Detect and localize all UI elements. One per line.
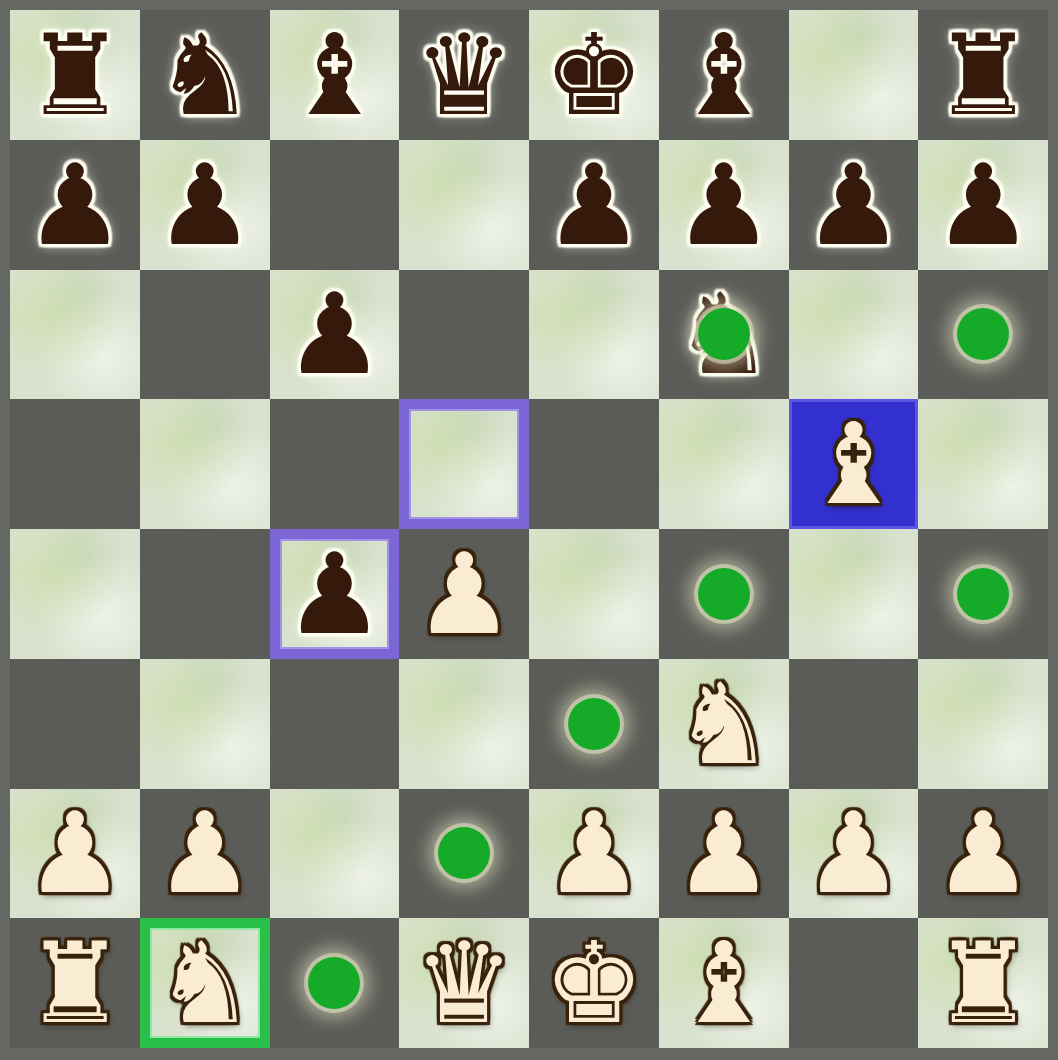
square-f8[interactable]: ♝ (659, 10, 789, 140)
piece-black-pawn[interactable]: ♟ (933, 149, 1033, 261)
legal-move-dot[interactable] (568, 698, 620, 750)
square-g8[interactable] (789, 10, 919, 140)
legal-move-dot[interactable] (698, 568, 750, 620)
square-c8[interactable]: ♝ (270, 10, 400, 140)
square-e5[interactable] (529, 399, 659, 529)
chess-board: ♜♞♝♛♚♝♜♟♟♟♟♟♟♟♞♝♟♟♞♟♟♟♟♟♟♜♞♛♚♝♜ (10, 10, 1048, 1048)
legal-move-dot[interactable] (698, 308, 750, 360)
piece-black-rook[interactable]: ♜ (25, 19, 125, 131)
square-f6[interactable]: ♞ (659, 270, 789, 400)
square-c5[interactable] (270, 399, 400, 529)
legal-move-dot[interactable] (957, 568, 1009, 620)
piece-white-queen[interactable]: ♛ (414, 927, 514, 1039)
square-c6[interactable]: ♟ (270, 270, 400, 400)
square-f3[interactable]: ♞ (659, 659, 789, 789)
piece-white-pawn[interactable]: ♟ (544, 797, 644, 909)
square-a3[interactable] (10, 659, 140, 789)
square-a1[interactable]: ♜ (10, 918, 140, 1048)
piece-black-queen[interactable]: ♛ (414, 19, 514, 131)
piece-black-pawn[interactable]: ♟ (284, 278, 384, 390)
square-b6[interactable] (140, 270, 270, 400)
square-d5[interactable] (399, 399, 529, 529)
piece-black-pawn[interactable]: ♟ (803, 149, 903, 261)
square-d2[interactable] (399, 789, 529, 919)
square-e8[interactable]: ♚ (529, 10, 659, 140)
piece-black-bishop[interactable]: ♝ (673, 19, 773, 131)
square-g6[interactable] (789, 270, 919, 400)
piece-white-pawn[interactable]: ♟ (154, 797, 254, 909)
square-f7[interactable]: ♟ (659, 140, 789, 270)
square-g5[interactable]: ♝ (789, 399, 919, 529)
square-e7[interactable]: ♟ (529, 140, 659, 270)
square-b4[interactable] (140, 529, 270, 659)
square-d4[interactable]: ♟ (399, 529, 529, 659)
chess-app-window: ♜♞♝♛♚♝♜♟♟♟♟♟♟♟♞♝♟♟♞♟♟♟♟♟♟♜♞♛♚♝♜ (0, 0, 1058, 1060)
square-a7[interactable]: ♟ (10, 140, 140, 270)
square-b2[interactable]: ♟ (140, 789, 270, 919)
piece-white-bishop[interactable]: ♝ (803, 408, 903, 520)
square-h2[interactable]: ♟ (918, 789, 1048, 919)
piece-white-bishop[interactable]: ♝ (673, 927, 773, 1039)
piece-white-rook[interactable]: ♜ (25, 927, 125, 1039)
piece-white-rook[interactable]: ♜ (933, 927, 1033, 1039)
square-g4[interactable] (789, 529, 919, 659)
piece-black-knight[interactable]: ♞ (154, 19, 254, 131)
square-h4[interactable] (918, 529, 1048, 659)
piece-black-pawn[interactable]: ♟ (154, 149, 254, 261)
piece-black-pawn[interactable]: ♟ (544, 149, 644, 261)
square-b8[interactable]: ♞ (140, 10, 270, 140)
square-f4[interactable] (659, 529, 789, 659)
piece-white-pawn[interactable]: ♟ (933, 797, 1033, 909)
square-h8[interactable]: ♜ (918, 10, 1048, 140)
piece-white-king[interactable]: ♚ (544, 927, 644, 1039)
square-g7[interactable]: ♟ (789, 140, 919, 270)
square-e6[interactable] (529, 270, 659, 400)
square-h7[interactable]: ♟ (918, 140, 1048, 270)
square-d7[interactable] (399, 140, 529, 270)
legal-move-dot[interactable] (308, 957, 360, 1009)
piece-white-knight[interactable]: ♞ (673, 668, 773, 780)
piece-black-king[interactable]: ♚ (544, 19, 644, 131)
square-g1[interactable] (789, 918, 919, 1048)
square-h5[interactable] (918, 399, 1048, 529)
square-g2[interactable]: ♟ (789, 789, 919, 919)
square-b7[interactable]: ♟ (140, 140, 270, 270)
square-h6[interactable] (918, 270, 1048, 400)
square-d8[interactable]: ♛ (399, 10, 529, 140)
piece-white-knight[interactable]: ♞ (154, 927, 254, 1039)
square-a6[interactable] (10, 270, 140, 400)
square-d3[interactable] (399, 659, 529, 789)
piece-black-pawn[interactable]: ♟ (673, 149, 773, 261)
piece-white-pawn[interactable]: ♟ (25, 797, 125, 909)
square-d6[interactable] (399, 270, 529, 400)
piece-white-pawn[interactable]: ♟ (803, 797, 903, 909)
square-f1[interactable]: ♝ (659, 918, 789, 1048)
square-c1[interactable] (270, 918, 400, 1048)
square-b1[interactable]: ♞ (140, 918, 270, 1048)
square-c2[interactable] (270, 789, 400, 919)
legal-move-dot[interactable] (957, 308, 1009, 360)
square-e2[interactable]: ♟ (529, 789, 659, 919)
square-a2[interactable]: ♟ (10, 789, 140, 919)
legal-move-dot[interactable] (438, 827, 490, 879)
square-a4[interactable] (10, 529, 140, 659)
square-d1[interactable]: ♛ (399, 918, 529, 1048)
square-f5[interactable] (659, 399, 789, 529)
piece-black-rook[interactable]: ♜ (933, 19, 1033, 131)
last-move-frame (399, 399, 529, 529)
square-h3[interactable] (918, 659, 1048, 789)
square-e1[interactable]: ♚ (529, 918, 659, 1048)
square-g3[interactable] (789, 659, 919, 789)
square-a8[interactable]: ♜ (10, 10, 140, 140)
square-e4[interactable] (529, 529, 659, 659)
square-h1[interactable]: ♜ (918, 918, 1048, 1048)
square-c3[interactable] (270, 659, 400, 789)
piece-white-pawn[interactable]: ♟ (673, 797, 773, 909)
piece-white-pawn[interactable]: ♟ (414, 538, 514, 650)
square-e3[interactable] (529, 659, 659, 789)
piece-black-pawn[interactable]: ♟ (284, 538, 384, 650)
square-a5[interactable] (10, 399, 140, 529)
square-b5[interactable] (140, 399, 270, 529)
square-c7[interactable] (270, 140, 400, 270)
square-f2[interactable]: ♟ (659, 789, 789, 919)
square-b3[interactable] (140, 659, 270, 789)
piece-black-pawn[interactable]: ♟ (25, 149, 125, 261)
piece-black-bishop[interactable]: ♝ (284, 19, 384, 131)
square-c4[interactable]: ♟ (270, 529, 400, 659)
